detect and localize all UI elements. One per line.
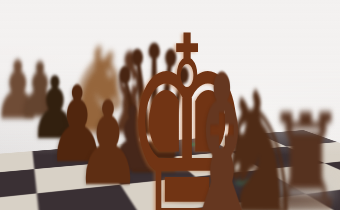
chess-photo-stage: ♞ ♝ ♟ ♟ ♟ ♛ ♟ ♟ ♟ ♜ ♞ ♚ ♝ xyxy=(0,0,340,210)
board-square xyxy=(0,193,40,210)
kingside-bishop-piece: ♝ xyxy=(176,48,268,210)
